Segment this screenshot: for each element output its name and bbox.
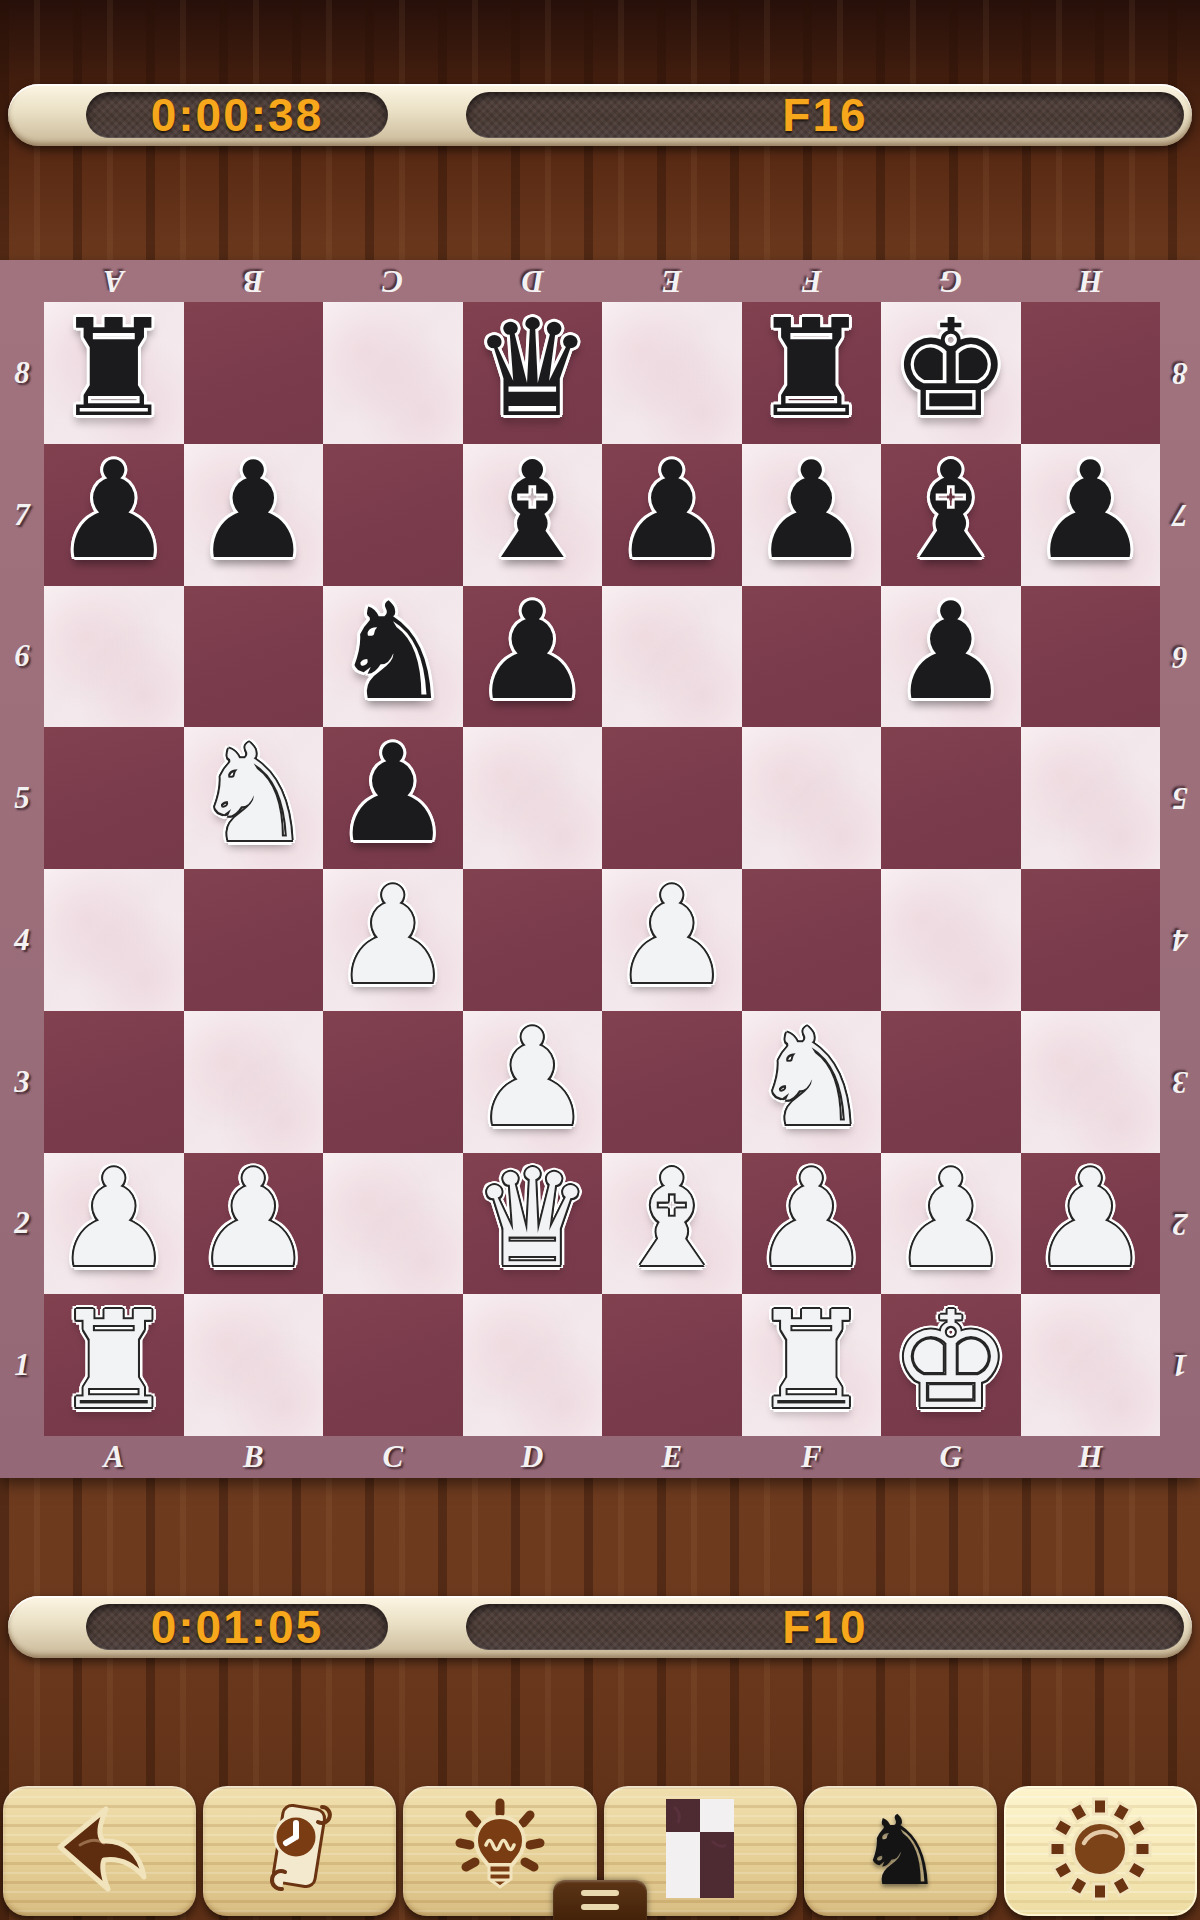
file-label-bottom-g: G [881, 1436, 1021, 1478]
piece-black-bishop: ♝ [891, 444, 1011, 578]
chess-app-screen: 0:00:38 F16 ABCDEFGH 87654321 ♜♛♜♚♟♟♝♟♟♝… [0, 0, 1200, 1920]
square-c7[interactable] [323, 444, 463, 586]
square-f3[interactable]: ♞ [742, 1011, 882, 1153]
square-h4[interactable] [1021, 869, 1161, 1011]
file-label-bottom-h: H [1021, 1436, 1161, 1478]
square-c8[interactable] [323, 302, 463, 444]
piece-white-pawn: ♟ [612, 869, 732, 1003]
square-c1[interactable] [323, 1294, 463, 1436]
rank-label-right-6: 6 [1160, 586, 1200, 728]
square-c5[interactable]: ♟ [323, 727, 463, 869]
rank-label-right-3: 3 [1160, 1011, 1200, 1153]
square-b3[interactable] [184, 1011, 324, 1153]
piece-black-king: ♚ [891, 302, 1011, 436]
piece-white-knight: ♞ [751, 1011, 871, 1145]
piece-black-pawn: ♟ [612, 444, 732, 578]
file-label-bottom-e: E [602, 1436, 742, 1478]
square-b8[interactable] [184, 302, 324, 444]
top-info-bar: 0:00:38 F16 [8, 84, 1192, 146]
square-g7[interactable]: ♝ [881, 444, 1021, 586]
square-f7[interactable]: ♟ [742, 444, 882, 586]
chess-board-frame: ABCDEFGH 87654321 ♜♛♜♚♟♟♝♟♟♝♟♞♟♟♞♟♟♟♟♞♟♟… [0, 260, 1200, 1478]
rank-labels-left: 87654321 [0, 302, 44, 1436]
square-h2[interactable]: ♟ [1021, 1153, 1161, 1295]
square-b6[interactable] [184, 586, 324, 728]
piece-white-rook: ♜ [54, 1294, 174, 1428]
square-d7[interactable]: ♝ [463, 444, 603, 586]
rank-labels-right: 87654321 [1160, 302, 1200, 1436]
square-g8[interactable]: ♚ [881, 302, 1021, 444]
file-label-top-f: F [742, 260, 882, 302]
rank-label-left-8: 8 [0, 302, 44, 444]
top-player-panel: F16 [466, 92, 1184, 138]
top-timer: 0:00:38 [151, 88, 324, 142]
file-label-top-g: G [881, 260, 1021, 302]
file-label-bottom-a: A [44, 1436, 184, 1478]
square-a4[interactable] [44, 869, 184, 1011]
file-label-top-e: E [602, 260, 742, 302]
piece-white-pawn: ♟ [193, 1152, 313, 1286]
square-a6[interactable] [44, 586, 184, 728]
piece-black-pawn: ♟ [1030, 444, 1150, 578]
square-f5[interactable] [742, 727, 882, 869]
file-label-bottom-c: C [323, 1436, 463, 1478]
hint-lightbulb-icon [448, 1797, 552, 1905]
square-d5[interactable] [463, 727, 603, 869]
knight-piece-icon: ♞ [857, 1803, 943, 1899]
square-e5[interactable] [602, 727, 742, 869]
rank-label-right-5: 5 [1160, 727, 1200, 869]
file-labels-bottom: ABCDEFGH [44, 1436, 1160, 1478]
square-h7[interactable]: ♟ [1021, 444, 1161, 586]
piece-white-pawn: ♟ [1030, 1152, 1150, 1286]
top-player-name: F16 [782, 88, 867, 142]
chess-board: ♜♛♜♚♟♟♝♟♟♝♟♞♟♟♞♟♟♟♟♞♟♟♛♝♟♟♟♜♜♚ [44, 302, 1160, 1436]
square-e1[interactable] [602, 1294, 742, 1436]
piece-black-pawn: ♟ [333, 727, 453, 861]
settings-button[interactable] [1004, 1786, 1197, 1916]
piece-black-rook: ♜ [54, 302, 174, 436]
square-e2[interactable]: ♝ [602, 1153, 742, 1295]
bottom-player-panel: F10 [466, 1604, 1184, 1650]
square-a8[interactable]: ♜ [44, 302, 184, 444]
rank-label-left-5: 5 [0, 727, 44, 869]
square-f8[interactable]: ♜ [742, 302, 882, 444]
top-timer-panel: 0:00:38 [86, 92, 388, 138]
file-label-bottom-b: B [184, 1436, 324, 1478]
bottom-timer-panel: 0:01:05 [86, 1604, 388, 1650]
move-list-button[interactable] [203, 1786, 396, 1916]
piece-black-pawn: ♟ [193, 444, 313, 578]
piece-black-pawn: ♟ [54, 444, 174, 578]
piece-white-knight: ♞ [193, 727, 313, 861]
square-a7[interactable]: ♟ [44, 444, 184, 586]
back-arrow-icon [50, 1799, 150, 1903]
square-g1[interactable]: ♚ [881, 1294, 1021, 1436]
rank-label-left-6: 6 [0, 586, 44, 728]
square-h5[interactable] [1021, 727, 1161, 869]
square-f4[interactable] [742, 869, 882, 1011]
square-h1[interactable] [1021, 1294, 1161, 1436]
board-preview-icon [664, 1797, 736, 1905]
square-e7[interactable]: ♟ [602, 444, 742, 586]
square-d2[interactable]: ♛ [463, 1153, 603, 1295]
square-e6[interactable] [602, 586, 742, 728]
bottom-timer: 0:01:05 [151, 1600, 324, 1654]
piece-black-rook: ♜ [751, 302, 871, 436]
square-h3[interactable] [1021, 1011, 1161, 1153]
square-b2[interactable]: ♟ [184, 1153, 324, 1295]
rank-label-left-7: 7 [0, 444, 44, 586]
bottom-player-name: F10 [782, 1600, 867, 1654]
piece-white-pawn: ♟ [54, 1152, 174, 1286]
file-label-top-a: A [44, 260, 184, 302]
square-b5[interactable]: ♞ [184, 727, 324, 869]
moves-scroll-clock-icon [248, 1797, 352, 1905]
settings-sun-icon [1046, 1795, 1154, 1907]
square-e3[interactable] [602, 1011, 742, 1153]
piece-white-pawn: ♟ [751, 1152, 871, 1286]
piece-black-knight: ♞ [333, 585, 453, 719]
rank-label-right-2: 2 [1160, 1153, 1200, 1295]
piece-white-king: ♚ [891, 1294, 1011, 1428]
piece-white-queen: ♛ [472, 1152, 592, 1286]
square-d4[interactable] [463, 869, 603, 1011]
piece-black-pawn: ♟ [751, 444, 871, 578]
square-c3[interactable] [323, 1011, 463, 1153]
file-label-top-h: H [1021, 260, 1161, 302]
square-c2[interactable] [323, 1153, 463, 1295]
square-b7[interactable]: ♟ [184, 444, 324, 586]
rank-label-right-8: 8 [1160, 302, 1200, 444]
rank-label-left-3: 3 [0, 1011, 44, 1153]
menu-tab[interactable] [553, 1880, 647, 1920]
square-a3[interactable] [44, 1011, 184, 1153]
piece-black-queen: ♛ [472, 302, 592, 436]
piece-black-bishop: ♝ [472, 444, 592, 578]
square-d8[interactable]: ♛ [463, 302, 603, 444]
piece-white-rook: ♜ [751, 1294, 871, 1428]
rank-label-right-1: 1 [1160, 1294, 1200, 1436]
piece-white-pawn: ♟ [333, 869, 453, 1003]
file-labels-top: ABCDEFGH [44, 260, 1160, 302]
rank-label-right-4: 4 [1160, 869, 1200, 1011]
square-a5[interactable] [44, 727, 184, 869]
square-g2[interactable]: ♟ [881, 1153, 1021, 1295]
piece-black-pawn: ♟ [472, 585, 592, 719]
square-c6[interactable]: ♞ [323, 586, 463, 728]
hamburger-menu-icon [581, 1890, 619, 1910]
square-g3[interactable] [881, 1011, 1021, 1153]
square-f1[interactable]: ♜ [742, 1294, 882, 1436]
square-a2[interactable]: ♟ [44, 1153, 184, 1295]
square-d3[interactable]: ♟ [463, 1011, 603, 1153]
file-label-top-b: B [184, 260, 324, 302]
file-label-top-c: C [323, 260, 463, 302]
square-e4[interactable]: ♟ [602, 869, 742, 1011]
rank-label-left-4: 4 [0, 869, 44, 1011]
file-label-top-d: D [463, 260, 603, 302]
square-g4[interactable] [881, 869, 1021, 1011]
file-label-bottom-d: D [463, 1436, 603, 1478]
square-f6[interactable] [742, 586, 882, 728]
file-label-bottom-f: F [742, 1436, 882, 1478]
square-h8[interactable] [1021, 302, 1161, 444]
square-e8[interactable] [602, 302, 742, 444]
square-h6[interactable] [1021, 586, 1161, 728]
square-c4[interactable]: ♟ [323, 869, 463, 1011]
rank-label-left-1: 1 [0, 1294, 44, 1436]
square-g6[interactable]: ♟ [881, 586, 1021, 728]
piece-black-pawn: ♟ [891, 585, 1011, 719]
square-b4[interactable] [184, 869, 324, 1011]
rank-label-right-7: 7 [1160, 444, 1200, 586]
square-d1[interactable] [463, 1294, 603, 1436]
pieces-button[interactable]: ♞ [804, 1786, 997, 1916]
piece-white-pawn: ♟ [472, 1011, 592, 1145]
square-f2[interactable]: ♟ [742, 1153, 882, 1295]
rank-label-left-2: 2 [0, 1153, 44, 1295]
square-d6[interactable]: ♟ [463, 586, 603, 728]
square-g5[interactable] [881, 727, 1021, 869]
back-button[interactable] [3, 1786, 196, 1916]
square-a1[interactable]: ♜ [44, 1294, 184, 1436]
piece-white-pawn: ♟ [891, 1152, 1011, 1286]
piece-white-bishop: ♝ [612, 1152, 732, 1286]
square-b1[interactable] [184, 1294, 324, 1436]
bottom-info-bar: 0:01:05 F10 [8, 1596, 1192, 1658]
